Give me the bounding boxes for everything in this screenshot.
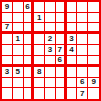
- sudoku-cell-r1c5[interactable]: [45, 2, 56, 13]
- sudoku-cell-r6c7[interactable]: [67, 56, 78, 67]
- sudoku-cell-r6c1[interactable]: [2, 56, 13, 67]
- sudoku-cell-r8c9[interactable]: 9: [88, 78, 99, 89]
- sudoku-cell-r4c8[interactable]: [77, 34, 88, 45]
- sudoku-cell-r4c9[interactable]: [88, 34, 99, 45]
- sudoku-cell-r1c2[interactable]: [13, 2, 24, 13]
- sudoku-cell-r1c6[interactable]: [56, 2, 67, 13]
- sudoku-cell-r2c9[interactable]: [88, 13, 99, 24]
- sudoku-cell-r2c8[interactable]: [77, 13, 88, 24]
- sudoku-cell-r7c2[interactable]: 5: [13, 67, 24, 78]
- sudoku-cell-r7c9[interactable]: [88, 67, 99, 78]
- sudoku-cell-r1c7[interactable]: [67, 2, 78, 13]
- sudoku-cell-r2c5[interactable]: [45, 13, 56, 24]
- sudoku-cell-r9c3[interactable]: [24, 88, 35, 99]
- sudoku-cell-r7c5[interactable]: [45, 67, 56, 78]
- sudoku-cell-r6c2[interactable]: [13, 56, 24, 67]
- sudoku-cell-r5c2[interactable]: [13, 45, 24, 56]
- sudoku-cell-r3c2[interactable]: [13, 23, 24, 34]
- sudoku-cell-r6c9[interactable]: [88, 56, 99, 67]
- sudoku-cell-r3c6[interactable]: [56, 23, 67, 34]
- sudoku-cell-r2c3[interactable]: [24, 13, 35, 24]
- sudoku-cell-r8c5[interactable]: [45, 78, 56, 89]
- sudoku-cell-r9c4[interactable]: [34, 88, 45, 99]
- sudoku-cell-r2c6[interactable]: [56, 13, 67, 24]
- sudoku-cell-r9c1[interactable]: [2, 88, 13, 99]
- sudoku-cell-r7c7[interactable]: [67, 67, 78, 78]
- sudoku-cell-r3c4[interactable]: [34, 23, 45, 34]
- sudoku-cell-r9c6[interactable]: [56, 88, 67, 99]
- sudoku-cell-r3c9[interactable]: [88, 23, 99, 34]
- sudoku-cell-r8c1[interactable]: [2, 78, 13, 89]
- sudoku-cell-r6c5[interactable]: [45, 56, 56, 67]
- sudoku-cell-r4c7[interactable]: 3: [67, 34, 78, 45]
- sudoku-cell-r6c6[interactable]: 6: [56, 56, 67, 67]
- sudoku-cell-r4c6[interactable]: [56, 34, 67, 45]
- sudoku-cell-r8c4[interactable]: [34, 78, 45, 89]
- sudoku-cell-r5c7[interactable]: 4: [67, 45, 78, 56]
- sudoku-cell-r4c1[interactable]: [2, 34, 13, 45]
- sudoku-cell-r2c2[interactable]: [13, 13, 24, 24]
- sudoku-cell-r6c8[interactable]: [77, 56, 88, 67]
- sudoku-cell-r5c4[interactable]: [34, 45, 45, 56]
- sudoku-cell-r2c7[interactable]: [67, 13, 78, 24]
- sudoku-cell-r9c9[interactable]: [88, 88, 99, 99]
- sudoku-cell-r4c4[interactable]: [34, 34, 45, 45]
- sudoku-cell-r5c5[interactable]: 3: [45, 45, 56, 56]
- sudoku-cell-r5c3[interactable]: [24, 45, 35, 56]
- sudoku-cell-r4c3[interactable]: [24, 34, 35, 45]
- sudoku-cell-r1c9[interactable]: [88, 2, 99, 13]
- sudoku-cell-r1c4[interactable]: [34, 2, 45, 13]
- sudoku-cell-r8c2[interactable]: [13, 78, 24, 89]
- sudoku-cell-r5c9[interactable]: [88, 45, 99, 56]
- sudoku-cell-r8c6[interactable]: [56, 78, 67, 89]
- sudoku-cell-r7c1[interactable]: 3: [2, 67, 13, 78]
- sudoku-cell-r3c5[interactable]: [45, 23, 56, 34]
- sudoku-cell-r2c4[interactable]: 1: [34, 13, 45, 24]
- sudoku-cell-r7c4[interactable]: 8: [34, 67, 45, 78]
- sudoku-cell-r3c1[interactable]: 7: [2, 23, 13, 34]
- sudoku-cell-r4c2[interactable]: 1: [13, 34, 24, 45]
- sudoku-cell-r3c8[interactable]: [77, 23, 88, 34]
- sudoku-cell-r6c4[interactable]: [34, 56, 45, 67]
- sudoku-cell-r8c3[interactable]: [24, 78, 35, 89]
- sudoku-cell-r5c8[interactable]: [77, 45, 88, 56]
- sudoku-board: 96171233746358697: [0, 0, 101, 101]
- sudoku-cell-r1c3[interactable]: 6: [24, 2, 35, 13]
- sudoku-cell-r5c1[interactable]: [2, 45, 13, 56]
- sudoku-cell-r6c3[interactable]: [24, 56, 35, 67]
- sudoku-cell-r4c5[interactable]: 2: [45, 34, 56, 45]
- sudoku-cell-r9c2[interactable]: [13, 88, 24, 99]
- sudoku-cell-r9c7[interactable]: [67, 88, 78, 99]
- sudoku-cell-r7c6[interactable]: [56, 67, 67, 78]
- sudoku-cell-r9c8[interactable]: 7: [77, 88, 88, 99]
- sudoku-cell-r1c8[interactable]: [77, 2, 88, 13]
- sudoku-cell-r8c7[interactable]: [67, 78, 78, 89]
- sudoku-cell-r1c1[interactable]: 9: [2, 2, 13, 13]
- sudoku-cell-r9c5[interactable]: [45, 88, 56, 99]
- sudoku-cell-r7c3[interactable]: [24, 67, 35, 78]
- sudoku-cell-r8c8[interactable]: 6: [77, 78, 88, 89]
- sudoku-cell-r7c8[interactable]: [77, 67, 88, 78]
- sudoku-cell-r3c3[interactable]: [24, 23, 35, 34]
- sudoku-cell-r3c7[interactable]: [67, 23, 78, 34]
